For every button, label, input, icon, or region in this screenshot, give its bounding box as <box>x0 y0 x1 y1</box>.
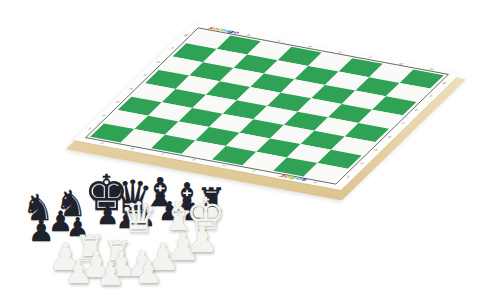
chess-piece-white-pawn: ♟ <box>96 258 125 290</box>
file-label: h <box>313 181 319 184</box>
file-label: e <box>221 164 227 167</box>
rank-label: 4 <box>386 135 392 138</box>
rank-label: 7 <box>427 95 433 98</box>
file-label: f <box>252 170 256 173</box>
file-label: a <box>99 141 105 144</box>
file-label: e <box>337 51 343 54</box>
file-label: d <box>307 45 313 48</box>
file-label: b <box>246 34 252 37</box>
rank-label: 5 <box>400 122 406 125</box>
chess-piece-white-pawn: ♟ <box>64 256 93 288</box>
file-label: b <box>130 147 136 150</box>
rank-label: 1 <box>345 175 351 178</box>
rank-label: 3 <box>373 149 379 152</box>
rank-label: 2 <box>359 162 365 165</box>
file-label: c <box>160 153 165 156</box>
chess-piece-white-pawn: ♟ <box>186 222 218 258</box>
logo-letter: s <box>299 177 308 182</box>
chessboard-mat: xalingo Jogos aabbccddeeffgghh8877665544… <box>72 22 462 190</box>
file-label: d <box>191 158 197 161</box>
product-photo: xalingo Jogos aabbccddeeffgghh8877665544… <box>0 0 500 299</box>
file-label: c <box>276 39 281 42</box>
file-label: g <box>398 62 404 65</box>
file-label: h <box>429 68 435 71</box>
file-label: f <box>368 56 372 59</box>
chess-piece-white-pawn: ♟ <box>134 256 163 288</box>
logo-letter: o <box>232 30 241 34</box>
rank-label: 6 <box>414 108 420 111</box>
rank-label: 8 <box>441 82 447 85</box>
